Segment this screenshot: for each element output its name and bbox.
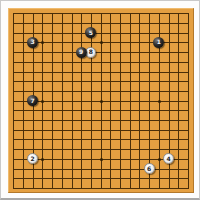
grid-line-horizontal — [13, 120, 189, 121]
black-stone-J17: 5 — [85, 27, 96, 38]
move-number: 6 — [147, 165, 151, 171]
white-stone-C4: 2 — [27, 153, 38, 164]
white-stone-P3: 6 — [144, 163, 155, 174]
star-point — [41, 158, 44, 161]
grid-line-vertical — [188, 13, 189, 189]
move-number: 8 — [89, 49, 93, 55]
grid-line-horizontal — [13, 149, 189, 150]
move-number: 5 — [89, 29, 93, 35]
white-stone-R4: 4 — [163, 153, 174, 164]
grid-line-vertical — [110, 13, 111, 189]
move-number: 9 — [79, 49, 83, 55]
move-number: 4 — [166, 155, 170, 161]
grid-line-vertical — [120, 13, 121, 189]
move-number: 2 — [31, 155, 35, 161]
star-point — [41, 41, 44, 44]
white-stone-J15: 8 — [85, 47, 96, 58]
grid-line-vertical — [139, 13, 140, 189]
grid-line-vertical — [130, 13, 131, 189]
move-number: 7 — [31, 97, 35, 103]
move-number: 3 — [31, 39, 35, 45]
black-stone-Q16: 1 — [153, 37, 164, 48]
move-number: 1 — [157, 39, 161, 45]
grid-line-vertical — [178, 13, 179, 189]
grid-line-horizontal — [13, 139, 189, 140]
grid-line-horizontal — [13, 178, 189, 179]
go-diagram: 123456789 — [0, 0, 200, 200]
go-board[interactable]: 123456789 — [8, 8, 194, 193]
grid-line-horizontal — [13, 130, 189, 131]
grid-line-horizontal — [13, 169, 189, 170]
black-stone-C10: 7 — [27, 95, 38, 106]
star-point — [158, 100, 161, 103]
star-point — [158, 158, 161, 161]
grid-line-horizontal — [13, 188, 189, 189]
grid-line-horizontal — [13, 110, 189, 111]
star-point — [100, 100, 103, 103]
black-stone-H15: 9 — [76, 47, 87, 58]
star-point — [100, 158, 103, 161]
black-stone-C16: 3 — [27, 37, 38, 48]
